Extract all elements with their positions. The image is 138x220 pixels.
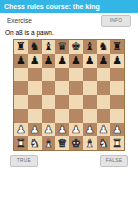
black-rook-icon: ♜ (112, 41, 122, 52)
square-c3 (42, 109, 56, 123)
square-g2: ♟ (97, 123, 111, 137)
white-pawn-icon: ♟ (43, 124, 53, 135)
square-h5 (110, 81, 124, 95)
question-text: On a8 is a pawn. (5, 29, 133, 36)
square-a1: ♜ (14, 136, 28, 150)
white-queen-icon: ♛ (57, 138, 67, 149)
square-g5 (97, 81, 111, 95)
square-b3 (28, 109, 42, 123)
square-g1: ♞ (97, 136, 111, 150)
black-king-icon: ♚ (71, 41, 81, 52)
black-knight-icon: ♞ (30, 41, 40, 52)
square-d3 (55, 109, 69, 123)
square-h2: ♟ (110, 123, 124, 137)
black-pawn-icon: ♟ (98, 55, 108, 66)
false-button[interactable]: FALSE (100, 155, 128, 167)
square-g6 (97, 68, 111, 82)
black-rook-icon: ♜ (16, 41, 26, 52)
white-pawn-icon: ♟ (112, 124, 122, 135)
black-knight-icon: ♞ (98, 41, 108, 52)
square-c5 (42, 81, 56, 95)
square-c1: ♝ (42, 136, 56, 150)
black-pawn-icon: ♟ (85, 55, 95, 66)
white-bishop-icon: ♝ (85, 138, 95, 149)
black-pawn-icon: ♟ (30, 55, 40, 66)
black-pawn-icon: ♟ (43, 55, 53, 66)
square-h4 (110, 95, 124, 109)
white-pawn-icon: ♟ (30, 124, 40, 135)
black-pawn-icon: ♟ (112, 55, 122, 66)
white-rook-icon: ♜ (112, 138, 122, 149)
square-c8: ♝ (42, 40, 56, 54)
square-c7: ♟ (42, 54, 56, 68)
square-h7: ♟ (110, 54, 124, 68)
white-rook-icon: ♜ (16, 138, 26, 149)
square-c4 (42, 95, 56, 109)
square-f2: ♟ (83, 123, 97, 137)
square-b6 (28, 68, 42, 82)
square-f4 (83, 95, 97, 109)
chess-board: ♜♞♝♛♚♝♞♜♟♟♟♟♟♟♟♟♟♟♟♟♟♟♟♟♜♞♝♛♚♝♞♜ (14, 40, 124, 150)
black-pawn-icon: ♟ (57, 55, 67, 66)
square-d6 (55, 68, 69, 82)
white-knight-icon: ♞ (30, 138, 40, 149)
square-b4 (28, 95, 42, 109)
answer-buttons: TRUE FALSE (0, 155, 138, 167)
exercise-header: Exercise INFO (0, 13, 138, 28)
square-c6 (42, 68, 56, 82)
true-button[interactable]: TRUE (10, 155, 38, 167)
square-c2: ♟ (42, 123, 56, 137)
square-e2: ♟ (69, 123, 83, 137)
square-g4 (97, 95, 111, 109)
black-bishop-icon: ♝ (85, 41, 95, 52)
square-b5 (28, 81, 42, 95)
square-e4 (69, 95, 83, 109)
square-f8: ♝ (83, 40, 97, 54)
square-d4 (55, 95, 69, 109)
square-b2: ♟ (28, 123, 42, 137)
square-d1: ♛ (55, 136, 69, 150)
section-label: Exercise (7, 17, 32, 24)
white-pawn-icon: ♟ (16, 124, 26, 135)
square-e8: ♚ (69, 40, 83, 54)
square-h8: ♜ (110, 40, 124, 54)
square-a7: ♟ (14, 54, 28, 68)
square-f1: ♝ (83, 136, 97, 150)
white-bishop-icon: ♝ (43, 138, 53, 149)
square-a5 (14, 81, 28, 95)
square-a4 (14, 95, 28, 109)
black-pawn-icon: ♟ (71, 55, 81, 66)
square-a6 (14, 68, 28, 82)
square-d5 (55, 81, 69, 95)
title-bar: Chess rules course: the king (0, 0, 138, 13)
square-b8: ♞ (28, 40, 42, 54)
square-e6 (69, 68, 83, 82)
square-f3 (83, 109, 97, 123)
square-b7: ♟ (28, 54, 42, 68)
square-h3 (110, 109, 124, 123)
black-pawn-icon: ♟ (16, 55, 26, 66)
white-pawn-icon: ♟ (98, 124, 108, 135)
white-pawn-icon: ♟ (57, 124, 67, 135)
white-pawn-icon: ♟ (85, 124, 95, 135)
square-b1: ♞ (28, 136, 42, 150)
white-pawn-icon: ♟ (71, 124, 81, 135)
square-d2: ♟ (55, 123, 69, 137)
square-g8: ♞ (97, 40, 111, 54)
square-e5 (69, 81, 83, 95)
square-a8: ♜ (14, 40, 28, 54)
square-e7: ♟ (69, 54, 83, 68)
square-e3 (69, 109, 83, 123)
square-a2: ♟ (14, 123, 28, 137)
app-screen: Chess rules course: the king Exercise IN… (0, 0, 138, 220)
square-d8: ♛ (55, 40, 69, 54)
square-h6 (110, 68, 124, 82)
black-queen-icon: ♛ (57, 41, 67, 52)
white-knight-icon: ♞ (98, 138, 108, 149)
square-d7: ♟ (55, 54, 69, 68)
square-f6 (83, 68, 97, 82)
square-a3 (14, 109, 28, 123)
square-g3 (97, 109, 111, 123)
square-h1: ♜ (110, 136, 124, 150)
square-e1: ♚ (69, 136, 83, 150)
info-button[interactable]: INFO (101, 15, 131, 27)
white-king-icon: ♚ (71, 138, 81, 149)
square-f5 (83, 81, 97, 95)
square-g7: ♟ (97, 54, 111, 68)
black-bishop-icon: ♝ (43, 41, 53, 52)
app-title: Chess rules course: the king (4, 3, 100, 10)
square-f7: ♟ (83, 54, 97, 68)
